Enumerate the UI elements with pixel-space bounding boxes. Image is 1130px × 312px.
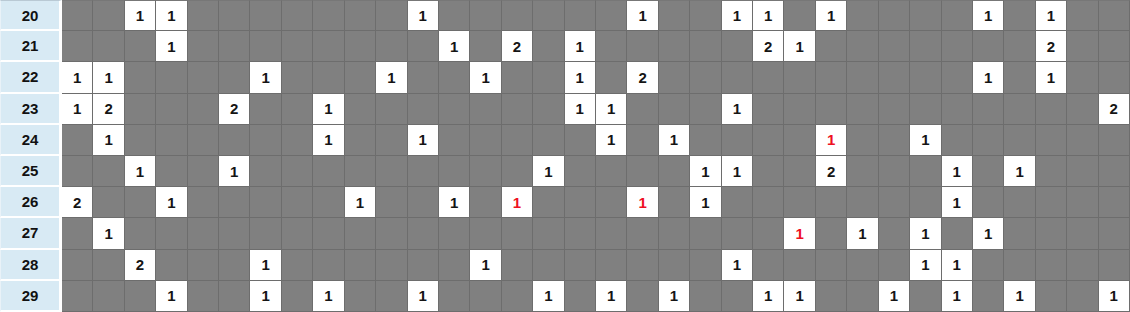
cell-open[interactable]: 1 bbox=[439, 187, 470, 218]
cell-hidden[interactable] bbox=[439, 281, 470, 312]
cell-hidden[interactable] bbox=[1004, 187, 1035, 218]
cell-hidden[interactable] bbox=[690, 125, 721, 156]
cell-hidden[interactable] bbox=[313, 0, 344, 31]
cell-hidden[interactable] bbox=[879, 0, 910, 31]
cell-hidden[interactable] bbox=[816, 187, 847, 218]
cell-open[interactable]: 1 bbox=[313, 94, 344, 125]
cell-hidden[interactable] bbox=[345, 218, 376, 249]
cell-hidden[interactable] bbox=[722, 31, 753, 62]
cell-hidden[interactable] bbox=[910, 94, 941, 125]
cell-hidden[interactable] bbox=[533, 187, 564, 218]
row-header-22[interactable]: 22 bbox=[0, 62, 62, 93]
cell-hidden[interactable] bbox=[1036, 187, 1067, 218]
cell-open[interactable]: 1 bbox=[722, 156, 753, 187]
cell-hidden[interactable] bbox=[439, 218, 470, 249]
cell-open[interactable]: 1 bbox=[250, 281, 281, 312]
cell-open[interactable]: 1 bbox=[408, 0, 439, 31]
cell-hidden[interactable] bbox=[973, 125, 1004, 156]
cell-hidden[interactable] bbox=[847, 94, 878, 125]
cell-open[interactable]: 1 bbox=[973, 0, 1004, 31]
cell-open[interactable]: 1 bbox=[722, 0, 753, 31]
cell-hidden[interactable] bbox=[282, 62, 313, 93]
cell-hidden[interactable] bbox=[1067, 187, 1098, 218]
cell-hidden[interactable] bbox=[219, 125, 250, 156]
cell-open[interactable]: 1 bbox=[659, 281, 690, 312]
cell-hidden[interactable] bbox=[439, 62, 470, 93]
cell-hidden[interactable] bbox=[784, 94, 815, 125]
cell-hidden[interactable] bbox=[1099, 62, 1130, 93]
cell-open[interactable]: 1 bbox=[973, 218, 1004, 249]
cell-hidden[interactable] bbox=[470, 281, 501, 312]
cell-hidden[interactable] bbox=[408, 31, 439, 62]
cell-hidden[interactable] bbox=[879, 187, 910, 218]
cell-hidden[interactable] bbox=[1067, 62, 1098, 93]
cell-hidden[interactable] bbox=[596, 0, 627, 31]
cell-hidden[interactable] bbox=[188, 281, 219, 312]
cell-open[interactable]: 1 bbox=[156, 31, 187, 62]
cell-hidden[interactable] bbox=[219, 187, 250, 218]
cell-hidden[interactable] bbox=[753, 94, 784, 125]
cell-hidden[interactable] bbox=[156, 62, 187, 93]
cell-hidden[interactable] bbox=[596, 156, 627, 187]
cell-hidden[interactable] bbox=[313, 156, 344, 187]
cell-hidden[interactable] bbox=[156, 156, 187, 187]
cell-hidden[interactable] bbox=[188, 156, 219, 187]
cell-hidden[interactable] bbox=[376, 156, 407, 187]
cell-hidden[interactable] bbox=[282, 156, 313, 187]
cell-hidden[interactable] bbox=[125, 125, 156, 156]
cell-hidden[interactable] bbox=[502, 62, 533, 93]
cell-hidden[interactable] bbox=[62, 125, 93, 156]
cell-hidden[interactable] bbox=[439, 156, 470, 187]
cell-hidden[interactable] bbox=[345, 156, 376, 187]
cell-hidden[interactable] bbox=[62, 281, 93, 312]
row-header-20[interactable]: 20 bbox=[0, 0, 62, 31]
cell-open[interactable]: 1 bbox=[219, 156, 250, 187]
cell-hidden[interactable] bbox=[910, 62, 941, 93]
cell-hidden[interactable] bbox=[722, 218, 753, 249]
cell-hidden[interactable] bbox=[408, 94, 439, 125]
cell-hidden[interactable] bbox=[1036, 250, 1067, 281]
cell-hidden[interactable] bbox=[659, 250, 690, 281]
row-header-28[interactable]: 28 bbox=[0, 250, 62, 281]
cell-hidden[interactable] bbox=[1036, 281, 1067, 312]
cell-open[interactable]: 1 bbox=[125, 0, 156, 31]
cell-hidden[interactable] bbox=[1004, 0, 1035, 31]
cell-hidden[interactable] bbox=[847, 281, 878, 312]
cell-open[interactable]: 1 bbox=[784, 218, 815, 249]
cell-hidden[interactable] bbox=[125, 31, 156, 62]
cell-open[interactable]: 2 bbox=[93, 94, 124, 125]
cell-hidden[interactable] bbox=[470, 125, 501, 156]
cell-hidden[interactable] bbox=[470, 94, 501, 125]
cell-hidden[interactable] bbox=[816, 62, 847, 93]
cell-open[interactable]: 2 bbox=[1036, 31, 1067, 62]
cell-hidden[interactable] bbox=[219, 281, 250, 312]
cell-open[interactable]: 1 bbox=[313, 281, 344, 312]
cell-hidden[interactable] bbox=[847, 31, 878, 62]
cell-open[interactable]: 1 bbox=[470, 62, 501, 93]
cell-hidden[interactable] bbox=[62, 31, 93, 62]
cell-hidden[interactable] bbox=[156, 94, 187, 125]
cell-hidden[interactable] bbox=[973, 187, 1004, 218]
cell-hidden[interactable] bbox=[1099, 31, 1130, 62]
cell-hidden[interactable] bbox=[282, 187, 313, 218]
cell-hidden[interactable] bbox=[533, 125, 564, 156]
cell-hidden[interactable] bbox=[1036, 94, 1067, 125]
cell-open[interactable]: 2 bbox=[125, 250, 156, 281]
cell-hidden[interactable] bbox=[502, 281, 533, 312]
cell-hidden[interactable] bbox=[973, 94, 1004, 125]
cell-hidden[interactable] bbox=[1004, 94, 1035, 125]
cell-hidden[interactable] bbox=[376, 31, 407, 62]
cell-hidden[interactable] bbox=[345, 31, 376, 62]
cell-hidden[interactable] bbox=[1067, 156, 1098, 187]
cell-hidden[interactable] bbox=[596, 31, 627, 62]
cell-open[interactable]: 2 bbox=[219, 94, 250, 125]
cell-hidden[interactable] bbox=[784, 187, 815, 218]
cell-hidden[interactable] bbox=[125, 62, 156, 93]
cell-open[interactable]: 1 bbox=[156, 0, 187, 31]
cell-hidden[interactable] bbox=[879, 94, 910, 125]
cell-hidden[interactable] bbox=[722, 62, 753, 93]
cell-open[interactable]: 1 bbox=[942, 156, 973, 187]
cell-open[interactable]: 1 bbox=[565, 62, 596, 93]
cell-hidden[interactable] bbox=[1067, 281, 1098, 312]
cell-hidden[interactable] bbox=[659, 94, 690, 125]
cell-open[interactable]: 1 bbox=[1036, 62, 1067, 93]
cell-hidden[interactable] bbox=[345, 281, 376, 312]
cell-open[interactable]: 1 bbox=[690, 156, 721, 187]
cell-open[interactable]: 1 bbox=[1036, 0, 1067, 31]
cell-hidden[interactable] bbox=[188, 31, 219, 62]
cell-hidden[interactable] bbox=[188, 62, 219, 93]
cell-open[interactable]: 1 bbox=[596, 281, 627, 312]
cell-hidden[interactable] bbox=[1099, 187, 1130, 218]
cell-hidden[interactable] bbox=[847, 125, 878, 156]
cell-open[interactable]: 1 bbox=[1004, 156, 1035, 187]
cell-hidden[interactable] bbox=[470, 218, 501, 249]
cell-hidden[interactable] bbox=[879, 218, 910, 249]
cell-open[interactable]: 1 bbox=[722, 250, 753, 281]
cell-hidden[interactable] bbox=[533, 31, 564, 62]
cell-open[interactable]: 1 bbox=[313, 125, 344, 156]
cell-open[interactable]: 1 bbox=[627, 187, 658, 218]
row-header-27[interactable]: 27 bbox=[0, 218, 62, 249]
cell-open[interactable]: 1 bbox=[250, 62, 281, 93]
row-header-24[interactable]: 24 bbox=[0, 125, 62, 156]
cell-hidden[interactable] bbox=[565, 0, 596, 31]
cell-hidden[interactable] bbox=[753, 250, 784, 281]
cell-open[interactable]: 1 bbox=[910, 250, 941, 281]
cell-hidden[interactable] bbox=[62, 218, 93, 249]
cell-hidden[interactable] bbox=[816, 31, 847, 62]
cell-open[interactable]: 1 bbox=[942, 187, 973, 218]
cell-hidden[interactable] bbox=[282, 250, 313, 281]
cell-hidden[interactable] bbox=[470, 156, 501, 187]
cell-hidden[interactable] bbox=[93, 281, 124, 312]
cell-open[interactable]: 2 bbox=[753, 31, 784, 62]
cell-open[interactable]: 1 bbox=[93, 125, 124, 156]
cell-hidden[interactable] bbox=[879, 31, 910, 62]
cell-hidden[interactable] bbox=[502, 250, 533, 281]
cell-hidden[interactable] bbox=[910, 0, 941, 31]
cell-open[interactable]: 2 bbox=[502, 31, 533, 62]
cell-hidden[interactable] bbox=[847, 250, 878, 281]
cell-open[interactable]: 1 bbox=[156, 187, 187, 218]
cell-hidden[interactable] bbox=[722, 125, 753, 156]
cell-hidden[interactable] bbox=[62, 250, 93, 281]
cell-open[interactable]: 1 bbox=[659, 125, 690, 156]
cell-hidden[interactable] bbox=[156, 125, 187, 156]
cell-hidden[interactable] bbox=[439, 250, 470, 281]
cell-hidden[interactable] bbox=[188, 218, 219, 249]
cell-hidden[interactable] bbox=[816, 218, 847, 249]
cell-hidden[interactable] bbox=[1067, 31, 1098, 62]
cell-open[interactable]: 1 bbox=[93, 218, 124, 249]
cell-hidden[interactable] bbox=[565, 125, 596, 156]
cell-hidden[interactable] bbox=[753, 125, 784, 156]
cell-open[interactable]: 1 bbox=[910, 125, 941, 156]
cell-hidden[interactable] bbox=[1004, 125, 1035, 156]
cell-hidden[interactable] bbox=[219, 250, 250, 281]
cell-hidden[interactable] bbox=[942, 218, 973, 249]
cell-hidden[interactable] bbox=[690, 250, 721, 281]
cell-hidden[interactable] bbox=[659, 0, 690, 31]
cell-hidden[interactable] bbox=[973, 250, 1004, 281]
cell-open[interactable]: 1 bbox=[942, 281, 973, 312]
cell-hidden[interactable] bbox=[879, 250, 910, 281]
cell-hidden[interactable] bbox=[1004, 218, 1035, 249]
cell-hidden[interactable] bbox=[565, 187, 596, 218]
cell-hidden[interactable] bbox=[847, 62, 878, 93]
cell-hidden[interactable] bbox=[1004, 62, 1035, 93]
cell-hidden[interactable] bbox=[565, 250, 596, 281]
cell-hidden[interactable] bbox=[93, 187, 124, 218]
cell-hidden[interactable] bbox=[282, 218, 313, 249]
cell-hidden[interactable] bbox=[722, 281, 753, 312]
cell-hidden[interactable] bbox=[753, 62, 784, 93]
cell-hidden[interactable] bbox=[313, 62, 344, 93]
cell-open[interactable]: 1 bbox=[753, 281, 784, 312]
cell-hidden[interactable] bbox=[784, 125, 815, 156]
cell-hidden[interactable] bbox=[627, 156, 658, 187]
cell-hidden[interactable] bbox=[659, 187, 690, 218]
cell-hidden[interactable] bbox=[565, 218, 596, 249]
cell-open[interactable]: 1 bbox=[376, 62, 407, 93]
cell-hidden[interactable] bbox=[690, 62, 721, 93]
cell-hidden[interactable] bbox=[188, 94, 219, 125]
cell-open[interactable]: 1 bbox=[596, 94, 627, 125]
cell-hidden[interactable] bbox=[973, 31, 1004, 62]
cell-open[interactable]: 1 bbox=[753, 0, 784, 31]
cell-hidden[interactable] bbox=[596, 62, 627, 93]
row-header-25[interactable]: 25 bbox=[0, 156, 62, 187]
cell-open[interactable]: 1 bbox=[470, 250, 501, 281]
cell-hidden[interactable] bbox=[533, 218, 564, 249]
cell-hidden[interactable] bbox=[722, 187, 753, 218]
cell-hidden[interactable] bbox=[376, 250, 407, 281]
cell-hidden[interactable] bbox=[125, 218, 156, 249]
cell-hidden[interactable] bbox=[282, 94, 313, 125]
cell-open[interactable]: 1 bbox=[816, 0, 847, 31]
cell-hidden[interactable] bbox=[627, 125, 658, 156]
row-header-29[interactable]: 29 bbox=[0, 281, 62, 312]
cell-hidden[interactable] bbox=[93, 250, 124, 281]
cell-hidden[interactable] bbox=[93, 156, 124, 187]
cell-hidden[interactable] bbox=[408, 250, 439, 281]
cell-hidden[interactable] bbox=[345, 94, 376, 125]
cell-hidden[interactable] bbox=[439, 125, 470, 156]
cell-open[interactable]: 1 bbox=[156, 281, 187, 312]
cell-hidden[interactable] bbox=[910, 31, 941, 62]
cell-hidden[interactable] bbox=[502, 94, 533, 125]
cell-hidden[interactable] bbox=[659, 62, 690, 93]
cell-hidden[interactable] bbox=[219, 31, 250, 62]
cell-hidden[interactable] bbox=[973, 281, 1004, 312]
cell-hidden[interactable] bbox=[879, 156, 910, 187]
cell-hidden[interactable] bbox=[942, 0, 973, 31]
cell-hidden[interactable] bbox=[376, 218, 407, 249]
cell-hidden[interactable] bbox=[942, 94, 973, 125]
cell-hidden[interactable] bbox=[439, 0, 470, 31]
cell-open[interactable]: 1 bbox=[125, 156, 156, 187]
cell-hidden[interactable] bbox=[627, 250, 658, 281]
cell-open[interactable]: 1 bbox=[565, 31, 596, 62]
cell-hidden[interactable] bbox=[659, 156, 690, 187]
cell-hidden[interactable] bbox=[753, 156, 784, 187]
cell-hidden[interactable] bbox=[125, 187, 156, 218]
cell-open[interactable]: 1 bbox=[1004, 281, 1035, 312]
cell-hidden[interactable] bbox=[879, 125, 910, 156]
cell-hidden[interactable] bbox=[1067, 0, 1098, 31]
cell-hidden[interactable] bbox=[1036, 218, 1067, 249]
cell-hidden[interactable] bbox=[282, 125, 313, 156]
cell-open[interactable]: 1 bbox=[722, 94, 753, 125]
cell-hidden[interactable] bbox=[1036, 156, 1067, 187]
cell-hidden[interactable] bbox=[784, 0, 815, 31]
cell-hidden[interactable] bbox=[533, 250, 564, 281]
cell-hidden[interactable] bbox=[219, 62, 250, 93]
cell-hidden[interactable] bbox=[1099, 0, 1130, 31]
cell-hidden[interactable] bbox=[910, 156, 941, 187]
cell-hidden[interactable] bbox=[784, 156, 815, 187]
cell-hidden[interactable] bbox=[690, 0, 721, 31]
cell-hidden[interactable] bbox=[942, 31, 973, 62]
cell-hidden[interactable] bbox=[816, 94, 847, 125]
cell-open[interactable]: 1 bbox=[533, 281, 564, 312]
cell-hidden[interactable] bbox=[376, 187, 407, 218]
cell-hidden[interactable] bbox=[753, 218, 784, 249]
cell-open[interactable]: 1 bbox=[62, 94, 93, 125]
cell-open[interactable]: 1 bbox=[910, 218, 941, 249]
cell-hidden[interactable] bbox=[690, 218, 721, 249]
cell-hidden[interactable] bbox=[596, 218, 627, 249]
cell-hidden[interactable] bbox=[502, 156, 533, 187]
cell-hidden[interactable] bbox=[93, 0, 124, 31]
cell-hidden[interactable] bbox=[910, 281, 941, 312]
cell-open[interactable]: 2 bbox=[1099, 94, 1130, 125]
cell-hidden[interactable] bbox=[533, 94, 564, 125]
cell-hidden[interactable] bbox=[93, 31, 124, 62]
cell-hidden[interactable] bbox=[282, 0, 313, 31]
cell-hidden[interactable] bbox=[847, 187, 878, 218]
cell-hidden[interactable] bbox=[816, 250, 847, 281]
row-header-21[interactable]: 21 bbox=[0, 31, 62, 62]
cell-open[interactable]: 1 bbox=[250, 250, 281, 281]
cell-hidden[interactable] bbox=[627, 31, 658, 62]
row-header-26[interactable]: 26 bbox=[0, 187, 62, 218]
cell-hidden[interactable] bbox=[408, 62, 439, 93]
cell-hidden[interactable] bbox=[659, 31, 690, 62]
cell-hidden[interactable] bbox=[439, 94, 470, 125]
cell-hidden[interactable] bbox=[376, 94, 407, 125]
cell-hidden[interactable] bbox=[250, 187, 281, 218]
cell-hidden[interactable] bbox=[627, 94, 658, 125]
cell-hidden[interactable] bbox=[188, 0, 219, 31]
cell-open[interactable]: 1 bbox=[690, 187, 721, 218]
cell-hidden[interactable] bbox=[502, 125, 533, 156]
cell-hidden[interactable] bbox=[345, 0, 376, 31]
cell-hidden[interactable] bbox=[250, 156, 281, 187]
cell-hidden[interactable] bbox=[125, 94, 156, 125]
cell-hidden[interactable] bbox=[596, 187, 627, 218]
cell-hidden[interactable] bbox=[596, 250, 627, 281]
cell-hidden[interactable] bbox=[345, 250, 376, 281]
cell-hidden[interactable] bbox=[879, 62, 910, 93]
cell-hidden[interactable] bbox=[219, 0, 250, 31]
cell-open[interactable]: 1 bbox=[62, 62, 93, 93]
cell-hidden[interactable] bbox=[313, 187, 344, 218]
cell-hidden[interactable] bbox=[565, 156, 596, 187]
cell-open[interactable]: 1 bbox=[816, 125, 847, 156]
cell-open[interactable]: 1 bbox=[93, 62, 124, 93]
cell-hidden[interactable] bbox=[282, 31, 313, 62]
cell-open[interactable]: 1 bbox=[1099, 281, 1130, 312]
cell-hidden[interactable] bbox=[784, 62, 815, 93]
cell-hidden[interactable] bbox=[1099, 125, 1130, 156]
cell-hidden[interactable] bbox=[1004, 31, 1035, 62]
cell-hidden[interactable] bbox=[1067, 125, 1098, 156]
cell-hidden[interactable] bbox=[502, 218, 533, 249]
cell-open[interactable]: 1 bbox=[847, 218, 878, 249]
cell-hidden[interactable] bbox=[973, 156, 1004, 187]
cell-open[interactable]: 1 bbox=[533, 156, 564, 187]
cell-hidden[interactable] bbox=[1099, 250, 1130, 281]
cell-hidden[interactable] bbox=[376, 281, 407, 312]
cell-hidden[interactable] bbox=[408, 187, 439, 218]
cell-open[interactable]: 1 bbox=[784, 281, 815, 312]
cell-hidden[interactable] bbox=[1099, 218, 1130, 249]
cell-hidden[interactable] bbox=[313, 250, 344, 281]
cell-hidden[interactable] bbox=[313, 31, 344, 62]
cell-hidden[interactable] bbox=[313, 218, 344, 249]
cell-hidden[interactable] bbox=[156, 250, 187, 281]
row-header-23[interactable]: 23 bbox=[0, 94, 62, 125]
cell-hidden[interactable] bbox=[219, 218, 250, 249]
cell-hidden[interactable] bbox=[408, 156, 439, 187]
cell-open[interactable]: 1 bbox=[439, 31, 470, 62]
cell-hidden[interactable] bbox=[345, 62, 376, 93]
cell-hidden[interactable] bbox=[1067, 94, 1098, 125]
cell-open[interactable]: 1 bbox=[408, 125, 439, 156]
cell-open[interactable]: 1 bbox=[565, 94, 596, 125]
cell-hidden[interactable] bbox=[942, 125, 973, 156]
cell-hidden[interactable] bbox=[250, 0, 281, 31]
cell-hidden[interactable] bbox=[690, 94, 721, 125]
cell-hidden[interactable] bbox=[565, 281, 596, 312]
cell-hidden[interactable] bbox=[1036, 125, 1067, 156]
